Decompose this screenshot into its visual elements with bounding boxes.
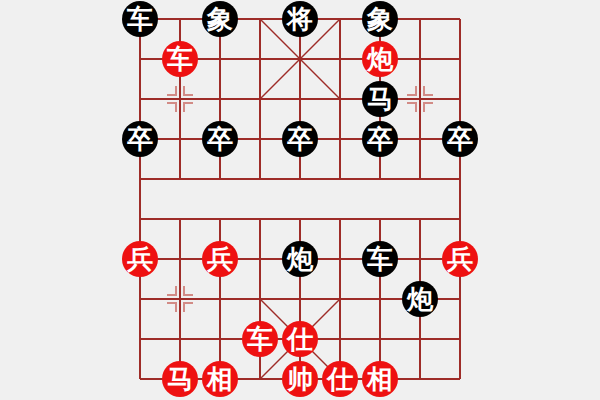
piece-black-soldier-1[interactable]: 卒 bbox=[122, 121, 158, 157]
piece-red-advisor-2[interactable]: 仕 bbox=[322, 361, 358, 397]
piece-black-soldier-2[interactable]: 卒 bbox=[202, 121, 238, 157]
xiangqi-board: 车象将象车炮马卒卒卒卒卒兵兵炮车兵炮车仕马相帅仕相 bbox=[0, 0, 600, 400]
piece-black-soldier-3[interactable]: 卒 bbox=[282, 121, 318, 157]
piece-black-elephant-1[interactable]: 象 bbox=[202, 1, 238, 37]
piece-red-chariot-2[interactable]: 车 bbox=[242, 321, 278, 357]
piece-red-horse-1[interactable]: 马 bbox=[162, 361, 198, 397]
piece-black-chariot-1[interactable]: 车 bbox=[122, 1, 158, 37]
piece-black-soldier-5[interactable]: 卒 bbox=[442, 121, 478, 157]
piece-black-horse-1[interactable]: 马 bbox=[362, 81, 398, 117]
piece-red-cannon-1[interactable]: 炮 bbox=[362, 41, 398, 77]
piece-black-soldier-4[interactable]: 卒 bbox=[362, 121, 398, 157]
piece-red-soldier-1[interactable]: 兵 bbox=[122, 241, 158, 277]
piece-red-advisor-1[interactable]: 仕 bbox=[282, 321, 318, 357]
piece-black-cannon-2[interactable]: 炮 bbox=[402, 281, 438, 317]
piece-black-general[interactable]: 将 bbox=[282, 1, 318, 37]
piece-black-elephant-2[interactable]: 象 bbox=[362, 1, 398, 37]
pieces-grid: 车象将象车炮马卒卒卒卒卒兵兵炮车兵炮车仕马相帅仕相 bbox=[120, 0, 480, 399]
piece-red-elephant-1[interactable]: 相 bbox=[202, 361, 238, 397]
piece-red-general[interactable]: 帅 bbox=[282, 361, 318, 397]
piece-red-soldier-3[interactable]: 兵 bbox=[442, 241, 478, 277]
piece-black-chariot-2[interactable]: 车 bbox=[362, 241, 398, 277]
piece-red-chariot-1[interactable]: 车 bbox=[162, 41, 198, 77]
piece-red-soldier-2[interactable]: 兵 bbox=[202, 241, 238, 277]
piece-red-elephant-2[interactable]: 相 bbox=[362, 361, 398, 397]
piece-black-cannon-1[interactable]: 炮 bbox=[282, 241, 318, 277]
